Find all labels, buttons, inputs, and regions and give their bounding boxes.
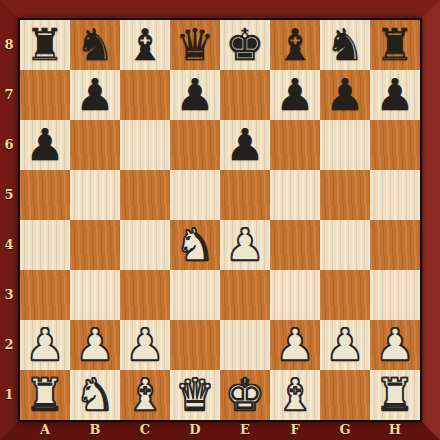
square-f7[interactable]: ♟ bbox=[270, 70, 320, 120]
board-frame: ♜♞♝♛♚♝♞♜♟♟♟♟♟♟♟♞♟♟♟♟♟♟♟♜♞♝♛♚♝♜ 87654321A… bbox=[0, 0, 440, 440]
piece-white-pawn[interactable]: ♟ bbox=[375, 320, 414, 370]
square-h4[interactable] bbox=[370, 220, 420, 270]
rank-label-3: 3 bbox=[0, 270, 18, 320]
square-h1[interactable]: ♜ bbox=[370, 370, 420, 420]
square-c8[interactable]: ♝ bbox=[120, 20, 170, 70]
square-h2[interactable]: ♟ bbox=[370, 320, 420, 370]
file-label-g: G bbox=[320, 422, 370, 440]
piece-white-knight[interactable]: ♞ bbox=[75, 370, 114, 420]
square-b6[interactable] bbox=[70, 120, 120, 170]
piece-black-pawn[interactable]: ♟ bbox=[375, 70, 414, 120]
square-f3[interactable] bbox=[270, 270, 320, 320]
piece-black-pawn[interactable]: ♟ bbox=[275, 70, 314, 120]
piece-white-rook[interactable]: ♜ bbox=[375, 370, 414, 420]
square-f2[interactable]: ♟ bbox=[270, 320, 320, 370]
piece-white-pawn[interactable]: ♟ bbox=[75, 320, 114, 370]
square-h7[interactable]: ♟ bbox=[370, 70, 420, 120]
rank-label-7: 7 bbox=[0, 70, 18, 120]
square-c5[interactable] bbox=[120, 170, 170, 220]
square-a8[interactable]: ♜ bbox=[20, 20, 70, 70]
rank-label-6: 6 bbox=[0, 120, 18, 170]
piece-white-knight[interactable]: ♞ bbox=[175, 220, 214, 270]
square-d5[interactable] bbox=[170, 170, 220, 220]
piece-white-king[interactable]: ♚ bbox=[225, 370, 264, 420]
square-b8[interactable]: ♞ bbox=[70, 20, 120, 70]
square-f1[interactable]: ♝ bbox=[270, 370, 320, 420]
square-g2[interactable]: ♟ bbox=[320, 320, 370, 370]
square-g6[interactable] bbox=[320, 120, 370, 170]
square-b3[interactable] bbox=[70, 270, 120, 320]
chess-board: ♜♞♝♛♚♝♞♜♟♟♟♟♟♟♟♞♟♟♟♟♟♟♟♜♞♝♛♚♝♜ bbox=[18, 18, 422, 422]
square-c2[interactable]: ♟ bbox=[120, 320, 170, 370]
piece-black-rook[interactable]: ♜ bbox=[375, 20, 414, 70]
square-b2[interactable]: ♟ bbox=[70, 320, 120, 370]
square-a7[interactable] bbox=[20, 70, 70, 120]
square-g5[interactable] bbox=[320, 170, 370, 220]
square-h6[interactable] bbox=[370, 120, 420, 170]
square-h8[interactable]: ♜ bbox=[370, 20, 420, 70]
square-e4[interactable]: ♟ bbox=[220, 220, 270, 270]
piece-black-pawn[interactable]: ♟ bbox=[225, 120, 264, 170]
square-e8[interactable]: ♚ bbox=[220, 20, 270, 70]
square-d7[interactable]: ♟ bbox=[170, 70, 220, 120]
rank-label-8: 8 bbox=[0, 20, 18, 70]
square-e1[interactable]: ♚ bbox=[220, 370, 270, 420]
square-f5[interactable] bbox=[270, 170, 320, 220]
file-label-a: A bbox=[20, 422, 70, 440]
rank-label-1: 1 bbox=[0, 370, 18, 420]
piece-black-pawn[interactable]: ♟ bbox=[325, 70, 364, 120]
square-e7[interactable] bbox=[220, 70, 270, 120]
square-d1[interactable]: ♛ bbox=[170, 370, 220, 420]
square-g7[interactable]: ♟ bbox=[320, 70, 370, 120]
square-b4[interactable] bbox=[70, 220, 120, 270]
square-d3[interactable] bbox=[170, 270, 220, 320]
file-label-c: C bbox=[120, 422, 170, 440]
piece-white-rook[interactable]: ♜ bbox=[25, 370, 64, 420]
file-label-f: F bbox=[270, 422, 320, 440]
square-h3[interactable] bbox=[370, 270, 420, 320]
square-c7[interactable] bbox=[120, 70, 170, 120]
piece-black-bishop[interactable]: ♝ bbox=[275, 20, 314, 70]
piece-black-knight[interactable]: ♞ bbox=[325, 20, 364, 70]
square-g8[interactable]: ♞ bbox=[320, 20, 370, 70]
rank-label-4: 4 bbox=[0, 220, 18, 270]
square-d4[interactable]: ♞ bbox=[170, 220, 220, 270]
piece-white-pawn[interactable]: ♟ bbox=[275, 320, 314, 370]
piece-black-queen[interactable]: ♛ bbox=[175, 20, 214, 70]
square-a4[interactable] bbox=[20, 220, 70, 270]
square-e3[interactable] bbox=[220, 270, 270, 320]
square-c1[interactable]: ♝ bbox=[120, 370, 170, 420]
square-b7[interactable]: ♟ bbox=[70, 70, 120, 120]
square-a2[interactable]: ♟ bbox=[20, 320, 70, 370]
file-label-b: B bbox=[70, 422, 120, 440]
piece-black-bishop[interactable]: ♝ bbox=[125, 20, 164, 70]
piece-black-knight[interactable]: ♞ bbox=[75, 20, 114, 70]
piece-white-queen[interactable]: ♛ bbox=[175, 370, 214, 420]
chess-app: ♜♞♝♛♚♝♞♜♟♟♟♟♟♟♟♞♟♟♟♟♟♟♟♜♞♝♛♚♝♜ 87654321A… bbox=[0, 0, 440, 440]
square-a1[interactable]: ♜ bbox=[20, 370, 70, 420]
square-d6[interactable] bbox=[170, 120, 220, 170]
piece-white-pawn[interactable]: ♟ bbox=[225, 220, 264, 270]
square-c3[interactable] bbox=[120, 270, 170, 320]
piece-black-pawn[interactable]: ♟ bbox=[25, 120, 64, 170]
square-e2[interactable] bbox=[220, 320, 270, 370]
square-f6[interactable] bbox=[270, 120, 320, 170]
piece-white-pawn[interactable]: ♟ bbox=[125, 320, 164, 370]
piece-white-bishop[interactable]: ♝ bbox=[125, 370, 164, 420]
piece-white-pawn[interactable]: ♟ bbox=[325, 320, 364, 370]
piece-white-pawn[interactable]: ♟ bbox=[25, 320, 64, 370]
square-c4[interactable] bbox=[120, 220, 170, 270]
rank-label-5: 5 bbox=[0, 170, 18, 220]
file-label-e: E bbox=[220, 422, 270, 440]
square-g3[interactable] bbox=[320, 270, 370, 320]
piece-black-king[interactable]: ♚ bbox=[225, 20, 264, 70]
square-d8[interactable]: ♛ bbox=[170, 20, 220, 70]
square-a6[interactable]: ♟ bbox=[20, 120, 70, 170]
file-label-h: H bbox=[370, 422, 420, 440]
square-e5[interactable] bbox=[220, 170, 270, 220]
square-d2[interactable] bbox=[170, 320, 220, 370]
square-b5[interactable] bbox=[70, 170, 120, 220]
piece-black-pawn[interactable]: ♟ bbox=[175, 70, 214, 120]
file-label-d: D bbox=[170, 422, 220, 440]
square-g4[interactable] bbox=[320, 220, 370, 270]
square-h5[interactable] bbox=[370, 170, 420, 220]
square-g1[interactable] bbox=[320, 370, 370, 420]
piece-black-pawn[interactable]: ♟ bbox=[75, 70, 114, 120]
rank-label-2: 2 bbox=[0, 320, 18, 370]
piece-white-bishop[interactable]: ♝ bbox=[275, 370, 314, 420]
square-e6[interactable]: ♟ bbox=[220, 120, 270, 170]
square-b1[interactable]: ♞ bbox=[70, 370, 120, 420]
square-f8[interactable]: ♝ bbox=[270, 20, 320, 70]
square-a3[interactable] bbox=[20, 270, 70, 320]
piece-black-rook[interactable]: ♜ bbox=[25, 20, 64, 70]
square-a5[interactable] bbox=[20, 170, 70, 220]
square-f4[interactable] bbox=[270, 220, 320, 270]
square-c6[interactable] bbox=[120, 120, 170, 170]
